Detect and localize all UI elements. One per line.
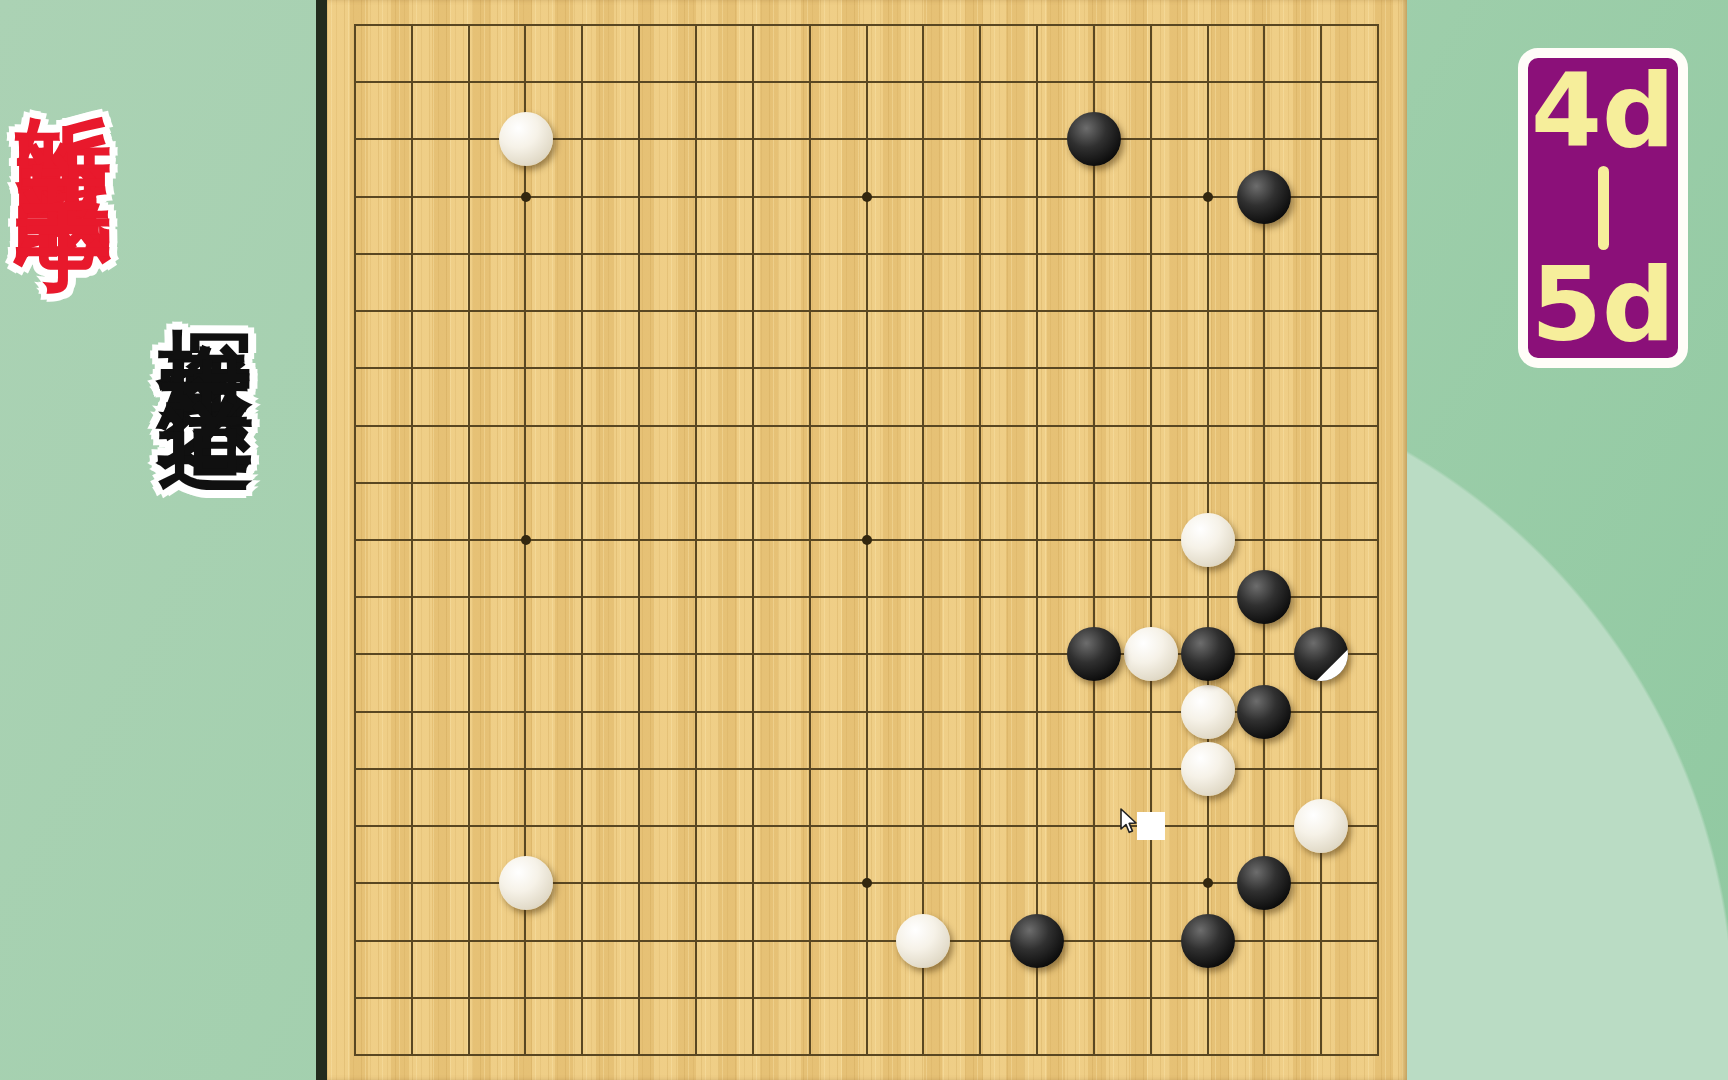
grid-line-horizontal [354, 825, 1379, 827]
white-stone-p8 [1124, 627, 1178, 681]
caption-red-vertical: 斩断实战恶手 [0, 38, 130, 134]
grid-line-horizontal [354, 1054, 1379, 1056]
star-point [1203, 192, 1213, 202]
go-grid[interactable] [355, 25, 1378, 1055]
black-stone-s8 [1294, 627, 1348, 681]
black-stone-q8 [1181, 627, 1235, 681]
rank-badge-bottom: 5d [1531, 260, 1675, 350]
grid-line-horizontal [354, 596, 1379, 598]
caption-black-vertical: 探索棋之正道 [142, 252, 272, 336]
black-stone-q3 [1181, 914, 1235, 968]
mouse-cursor-icon [1120, 808, 1138, 834]
white-stone-d17 [499, 112, 553, 166]
black-stone-r9 [1237, 570, 1291, 624]
grid-line-vertical [922, 24, 924, 1056]
star-point [521, 192, 531, 202]
grid-line-vertical [1093, 24, 1095, 1056]
last-move-marker [1294, 627, 1348, 681]
grid-line-horizontal [354, 997, 1379, 999]
move-preview-cell-p5[interactable] [1137, 812, 1165, 840]
grid-line-vertical [1377, 24, 1379, 1056]
rank-badge-top: 4d [1531, 66, 1675, 156]
white-stone-q7 [1181, 685, 1235, 739]
white-stone-l3 [896, 914, 950, 968]
star-point [862, 878, 872, 888]
star-point [521, 535, 531, 545]
grid-line-vertical [979, 24, 981, 1056]
grid-line-vertical [1036, 24, 1038, 1056]
black-stone-o17 [1067, 112, 1121, 166]
white-stone-q6 [1181, 742, 1235, 796]
grid-line-vertical [1150, 24, 1152, 1056]
white-stone-q10 [1181, 513, 1235, 567]
black-stone-r7 [1237, 685, 1291, 739]
move-preview-square[interactable] [1137, 812, 1165, 840]
white-stone-d4 [499, 856, 553, 910]
white-stone-s5 [1294, 799, 1348, 853]
rank-badge: 4d 5d [1518, 48, 1688, 368]
rank-badge-separator-bar [1598, 166, 1609, 250]
black-stone-r4 [1237, 856, 1291, 910]
grid-line-vertical [1320, 24, 1322, 1056]
star-point [1203, 878, 1213, 888]
star-point [862, 192, 872, 202]
black-stone-o8 [1067, 627, 1121, 681]
black-stone-n3 [1010, 914, 1064, 968]
go-board[interactable] [316, 0, 1407, 1080]
black-stone-r16 [1237, 170, 1291, 224]
screenshot-stage: 斩断实战恶手 探索棋之正道 4d 5d [0, 0, 1728, 1080]
star-point [862, 535, 872, 545]
